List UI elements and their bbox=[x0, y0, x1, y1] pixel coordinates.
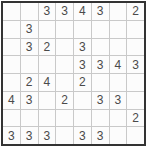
grid-cell-r5c1[interactable] bbox=[3, 74, 20, 91]
grid-cell-r5c6[interactable] bbox=[92, 74, 109, 91]
grid-cell-r5c3[interactable]: 4 bbox=[39, 74, 56, 91]
grid-cell-r8c8[interactable] bbox=[127, 127, 144, 144]
grid-cell-r3c7[interactable] bbox=[110, 39, 127, 56]
grid-cell-r8c7[interactable] bbox=[110, 127, 127, 144]
grid-cell-r2c8[interactable] bbox=[127, 21, 144, 38]
grid-cell-r8c6[interactable]: 3 bbox=[92, 127, 109, 144]
grid-cell-r6c2[interactable]: 3 bbox=[21, 92, 38, 109]
grid-cell-r7c2[interactable] bbox=[21, 110, 38, 127]
grid-cell-r6c7[interactable]: 3 bbox=[110, 92, 127, 109]
grid-cell-r3c8[interactable] bbox=[127, 39, 144, 56]
grid-cell-r6c5[interactable] bbox=[74, 92, 91, 109]
grid-cell-r4c4[interactable] bbox=[56, 56, 73, 73]
grid-cell-r8c2[interactable]: 3 bbox=[21, 127, 38, 144]
grid-cell-r6c1[interactable]: 4 bbox=[3, 92, 20, 109]
grid-cell-r1c8[interactable]: 2 bbox=[127, 3, 144, 20]
grid-cell-r5c2[interactable]: 2 bbox=[21, 74, 38, 91]
grid-cell-r4c8[interactable]: 3 bbox=[127, 56, 144, 73]
grid-cell-r8c3[interactable]: 3 bbox=[39, 127, 56, 144]
grid-cell-r7c4[interactable] bbox=[56, 110, 73, 127]
grid-cell-r1c1[interactable] bbox=[3, 3, 20, 20]
grid-cell-r2c7[interactable] bbox=[110, 21, 127, 38]
grid-cell-r6c4[interactable]: 2 bbox=[56, 92, 73, 109]
grid-cell-r7c6[interactable] bbox=[92, 110, 109, 127]
grid-cell-r1c6[interactable]: 3 bbox=[92, 3, 109, 20]
grid-cell-r1c4[interactable]: 3 bbox=[56, 3, 73, 20]
grid-cell-r7c1[interactable] bbox=[3, 110, 20, 127]
grid-cell-r1c7[interactable] bbox=[110, 3, 127, 20]
grid-cell-r1c3[interactable]: 3 bbox=[39, 3, 56, 20]
grid-cell-r1c5[interactable]: 4 bbox=[74, 3, 91, 20]
grid-cell-r5c5[interactable]: 2 bbox=[74, 74, 91, 91]
grid-cell-r2c4[interactable] bbox=[56, 21, 73, 38]
grid-cell-r6c8[interactable] bbox=[127, 92, 144, 109]
grid-cell-r8c1[interactable]: 3 bbox=[3, 127, 20, 144]
grid-cell-r2c1[interactable] bbox=[3, 21, 20, 38]
grid-cell-r4c7[interactable]: 4 bbox=[110, 56, 127, 73]
grid-cell-r8c4[interactable] bbox=[56, 127, 73, 144]
grid-cell-r2c6[interactable] bbox=[92, 21, 109, 38]
grid-cell-r4c1[interactable] bbox=[3, 56, 20, 73]
minesweeper-board: 334323323334324243233233333 bbox=[1, 1, 146, 146]
grid-cell-r4c3[interactable] bbox=[39, 56, 56, 73]
grid-cell-r7c3[interactable] bbox=[39, 110, 56, 127]
grid-cell-r2c2[interactable]: 3 bbox=[21, 21, 38, 38]
grid-cell-r3c2[interactable]: 3 bbox=[21, 39, 38, 56]
grid-cell-r6c3[interactable] bbox=[39, 92, 56, 109]
grid-cell-r3c6[interactable] bbox=[92, 39, 109, 56]
grid-cell-r6c6[interactable]: 3 bbox=[92, 92, 109, 109]
grid-cell-r5c4[interactable] bbox=[56, 74, 73, 91]
grid-cell-r7c7[interactable] bbox=[110, 110, 127, 127]
grid-cell-r4c5[interactable]: 3 bbox=[74, 56, 91, 73]
grid-cell-r5c8[interactable] bbox=[127, 74, 144, 91]
grid-cell-r4c2[interactable] bbox=[21, 56, 38, 73]
grid-cell-r4c6[interactable]: 3 bbox=[92, 56, 109, 73]
grid-cell-r3c4[interactable] bbox=[56, 39, 73, 56]
puzzle-page: 334323323334324243233233333 bbox=[0, 0, 150, 150]
grid-cell-r7c8[interactable]: 2 bbox=[127, 110, 144, 127]
grid-cell-r2c3[interactable] bbox=[39, 21, 56, 38]
grid-cell-r5c7[interactable] bbox=[110, 74, 127, 91]
grid-cell-r3c1[interactable] bbox=[3, 39, 20, 56]
grid-cell-r2c5[interactable] bbox=[74, 21, 91, 38]
grid-cell-r3c3[interactable]: 2 bbox=[39, 39, 56, 56]
grid-cell-r7c5[interactable] bbox=[74, 110, 91, 127]
grid-cell-r3c5[interactable]: 3 bbox=[74, 39, 91, 56]
grid-cell-r8c5[interactable]: 3 bbox=[74, 127, 91, 144]
grid-cell-r1c2[interactable] bbox=[21, 3, 38, 20]
